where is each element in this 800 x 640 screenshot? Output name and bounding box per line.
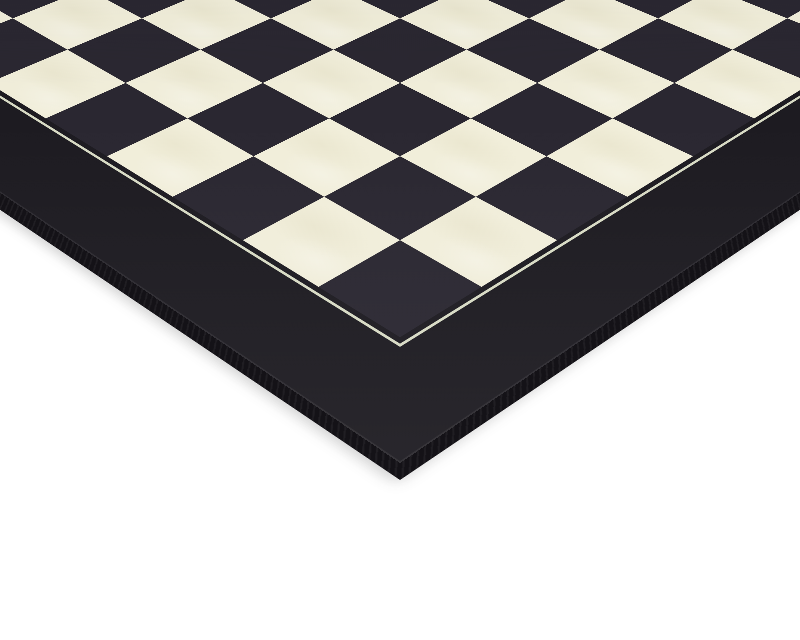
photo-background <box>0 0 800 640</box>
chess-board <box>0 0 800 463</box>
